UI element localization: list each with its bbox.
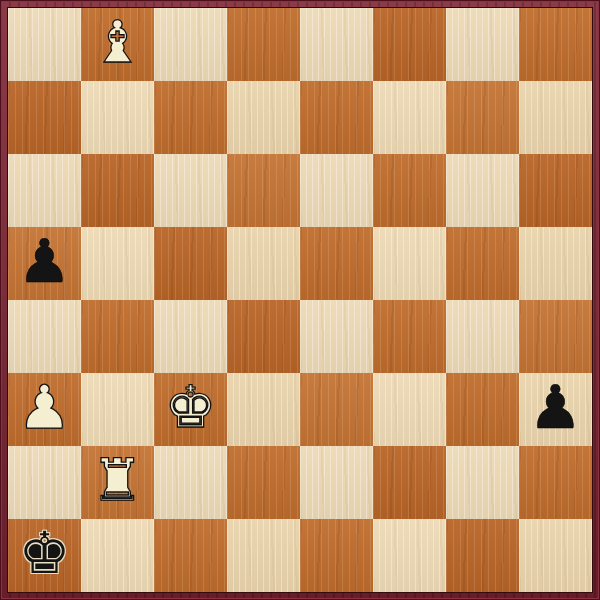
- square-e6[interactable]: [300, 154, 373, 227]
- square-e7[interactable]: [300, 81, 373, 154]
- square-h2[interactable]: [519, 446, 592, 519]
- square-e2[interactable]: [300, 446, 373, 519]
- square-a3[interactable]: ♟: [8, 373, 81, 446]
- square-b3[interactable]: [81, 373, 154, 446]
- square-h8[interactable]: [519, 8, 592, 81]
- square-h6[interactable]: [519, 154, 592, 227]
- white-rook: ♜: [92, 444, 144, 517]
- square-d2[interactable]: [227, 446, 300, 519]
- black-king: ♚: [19, 517, 71, 590]
- white-king: ♚: [165, 371, 217, 444]
- square-a8[interactable]: [8, 8, 81, 81]
- square-b7[interactable]: [81, 81, 154, 154]
- square-f2[interactable]: [373, 446, 446, 519]
- square-b8[interactable]: ♝: [81, 8, 154, 81]
- square-g1[interactable]: [446, 519, 519, 592]
- square-g5[interactable]: [446, 227, 519, 300]
- square-g4[interactable]: [446, 300, 519, 373]
- square-b4[interactable]: [81, 300, 154, 373]
- square-b2[interactable]: ♜: [81, 446, 154, 519]
- square-c7[interactable]: [154, 81, 227, 154]
- square-a6[interactable]: [8, 154, 81, 227]
- square-a2[interactable]: [8, 446, 81, 519]
- square-d8[interactable]: [227, 8, 300, 81]
- square-b5[interactable]: [81, 227, 154, 300]
- square-c4[interactable]: [154, 300, 227, 373]
- white-bishop: ♝: [92, 6, 144, 79]
- square-b1[interactable]: [81, 519, 154, 592]
- square-f7[interactable]: [373, 81, 446, 154]
- chess-board: ♝♟♟♚♟♜♚: [7, 7, 593, 593]
- square-f3[interactable]: [373, 373, 446, 446]
- square-h5[interactable]: [519, 227, 592, 300]
- square-g3[interactable]: [446, 373, 519, 446]
- square-e5[interactable]: [300, 227, 373, 300]
- square-g7[interactable]: [446, 81, 519, 154]
- black-pawn: ♟: [529, 371, 583, 444]
- square-h3[interactable]: ♟: [519, 373, 592, 446]
- square-g6[interactable]: [446, 154, 519, 227]
- square-a5[interactable]: ♟: [8, 227, 81, 300]
- square-h4[interactable]: [519, 300, 592, 373]
- white-pawn: ♟: [18, 371, 72, 444]
- square-d6[interactable]: [227, 154, 300, 227]
- square-a7[interactable]: [8, 81, 81, 154]
- square-a1[interactable]: ♚: [8, 519, 81, 592]
- board-frame: ♝♟♟♚♟♜♚: [0, 0, 600, 600]
- square-c6[interactable]: [154, 154, 227, 227]
- square-a4[interactable]: [8, 300, 81, 373]
- square-c2[interactable]: [154, 446, 227, 519]
- square-d1[interactable]: [227, 519, 300, 592]
- square-g2[interactable]: [446, 446, 519, 519]
- square-d5[interactable]: [227, 227, 300, 300]
- square-e3[interactable]: [300, 373, 373, 446]
- square-f6[interactable]: [373, 154, 446, 227]
- square-d7[interactable]: [227, 81, 300, 154]
- square-c1[interactable]: [154, 519, 227, 592]
- square-g8[interactable]: [446, 8, 519, 81]
- square-f8[interactable]: [373, 8, 446, 81]
- square-e8[interactable]: [300, 8, 373, 81]
- square-h7[interactable]: [519, 81, 592, 154]
- square-e4[interactable]: [300, 300, 373, 373]
- square-c8[interactable]: [154, 8, 227, 81]
- square-e1[interactable]: [300, 519, 373, 592]
- square-b6[interactable]: [81, 154, 154, 227]
- square-f4[interactable]: [373, 300, 446, 373]
- square-f5[interactable]: [373, 227, 446, 300]
- square-d3[interactable]: [227, 373, 300, 446]
- square-d4[interactable]: [227, 300, 300, 373]
- square-c5[interactable]: [154, 227, 227, 300]
- square-h1[interactable]: [519, 519, 592, 592]
- black-pawn: ♟: [18, 225, 72, 298]
- square-f1[interactable]: [373, 519, 446, 592]
- square-c3[interactable]: ♚: [154, 373, 227, 446]
